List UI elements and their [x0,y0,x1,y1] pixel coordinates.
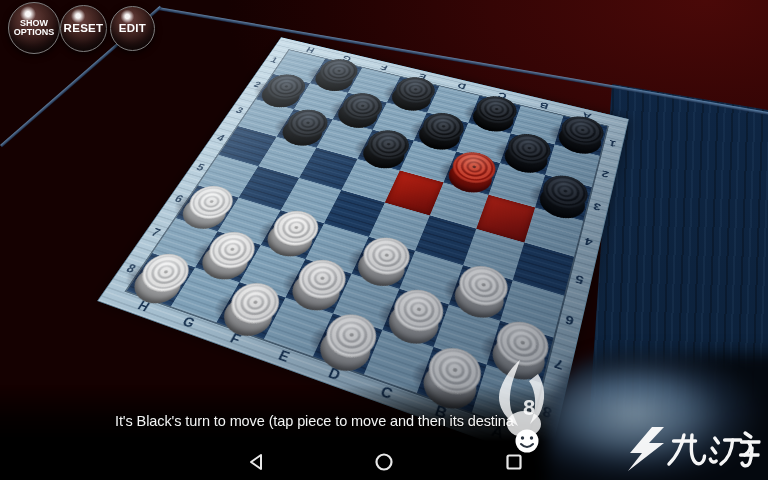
9game-icon [622,425,668,473]
coord-label-6: 6 [559,310,581,330]
coord-label-1: 1 [604,136,622,150]
9game-logo-text [667,428,762,470]
show-options-button[interactable]: SHOWOPTIONS [8,2,60,54]
app-screen: HHGGFFEEDDCCBBAA1122334455667788 It's Bl… [0,0,768,480]
back-icon[interactable] [246,452,266,472]
coord-label-4: 4 [579,233,599,250]
coord-label-3: 3 [588,198,607,214]
reset-button[interactable]: RESET [60,5,107,52]
button-label: RESET [64,22,104,34]
watermark-9game [622,425,760,473]
coord-label-G: G [176,313,200,333]
mascot-number: 8 [523,395,535,421]
edit-button[interactable]: EDIT [110,6,155,51]
coord-label-2: 2 [596,166,615,181]
button-label: EDIT [119,22,146,34]
button-label: OPTIONS [14,28,55,37]
home-icon[interactable] [374,452,394,472]
coord-label-5: 5 [569,270,590,288]
